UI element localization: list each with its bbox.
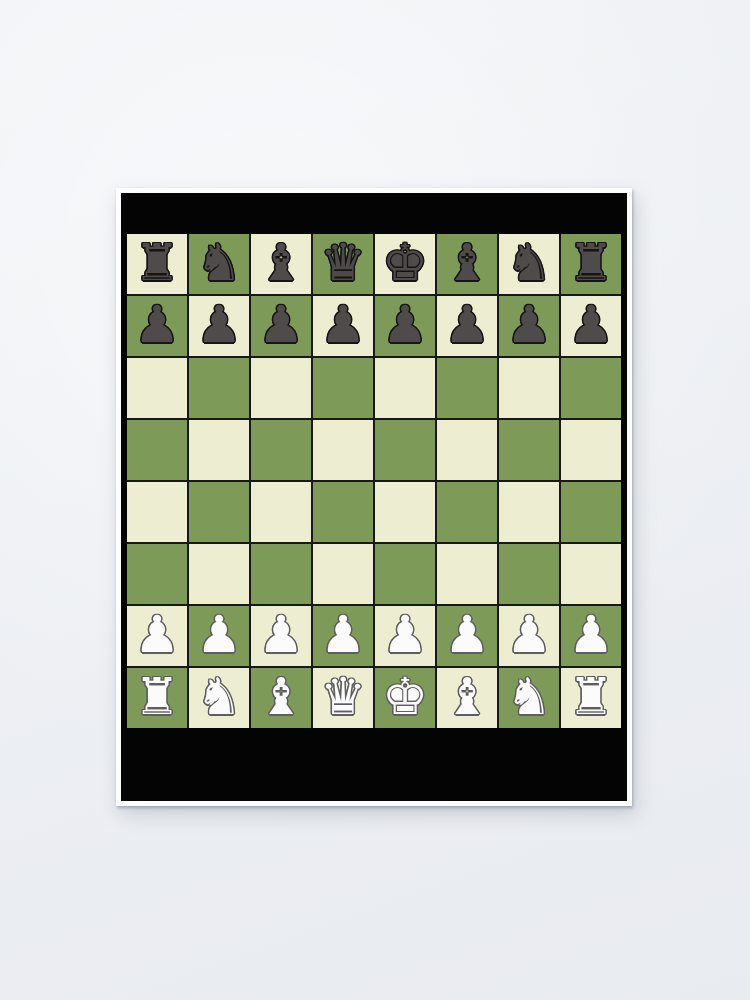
square-a4 <box>127 482 187 542</box>
piece-white-pawn: ♟ <box>258 606 304 664</box>
piece-white-queen: ♛ <box>320 668 366 726</box>
square-a2: ♟ <box>127 606 187 666</box>
piece-white-pawn: ♟ <box>382 606 428 664</box>
piece-white-rook: ♜ <box>568 668 614 726</box>
chess-board: ♜♞♝♛♚♝♞♜♟♟♟♟♟♟♟♟♟♟♟♟♟♟♟♟♜♞♝♛♚♝♞♜ <box>127 234 621 728</box>
piece-white-knight: ♞ <box>196 668 242 726</box>
square-h6 <box>561 358 621 418</box>
square-g7: ♟ <box>499 296 559 356</box>
piece-white-king: ♚ <box>382 668 428 726</box>
piece-black-knight: ♞ <box>506 234 552 292</box>
square-f8: ♝ <box>437 234 497 294</box>
piece-black-pawn: ♟ <box>134 296 180 354</box>
chess-poster: ♜♞♝♛♚♝♞♜♟♟♟♟♟♟♟♟♟♟♟♟♟♟♟♟♜♞♝♛♚♝♞♜ <box>116 188 632 806</box>
square-h4 <box>561 482 621 542</box>
square-e8: ♚ <box>375 234 435 294</box>
square-c4 <box>251 482 311 542</box>
wall-background: ♜♞♝♛♚♝♞♜♟♟♟♟♟♟♟♟♟♟♟♟♟♟♟♟♜♞♝♛♚♝♞♜ <box>0 0 750 1000</box>
piece-black-bishop: ♝ <box>258 234 304 292</box>
piece-white-bishop: ♝ <box>444 668 490 726</box>
piece-black-pawn: ♟ <box>506 296 552 354</box>
piece-black-pawn: ♟ <box>196 296 242 354</box>
square-e5 <box>375 420 435 480</box>
piece-black-pawn: ♟ <box>568 296 614 354</box>
piece-white-bishop: ♝ <box>258 668 304 726</box>
square-f5 <box>437 420 497 480</box>
piece-black-king: ♚ <box>382 234 428 292</box>
square-h5 <box>561 420 621 480</box>
square-b3 <box>189 544 249 604</box>
square-b4 <box>189 482 249 542</box>
square-e1: ♚ <box>375 668 435 728</box>
square-a1: ♜ <box>127 668 187 728</box>
piece-white-rook: ♜ <box>134 668 180 726</box>
square-a7: ♟ <box>127 296 187 356</box>
piece-white-knight: ♞ <box>506 668 552 726</box>
square-d7: ♟ <box>313 296 373 356</box>
square-d2: ♟ <box>313 606 373 666</box>
square-f2: ♟ <box>437 606 497 666</box>
square-a3 <box>127 544 187 604</box>
square-f3 <box>437 544 497 604</box>
square-e2: ♟ <box>375 606 435 666</box>
piece-black-pawn: ♟ <box>320 296 366 354</box>
square-c1: ♝ <box>251 668 311 728</box>
square-c5 <box>251 420 311 480</box>
square-b2: ♟ <box>189 606 249 666</box>
square-b6 <box>189 358 249 418</box>
square-g4 <box>499 482 559 542</box>
piece-black-pawn: ♟ <box>258 296 304 354</box>
square-d4 <box>313 482 373 542</box>
square-h8: ♜ <box>561 234 621 294</box>
piece-black-knight: ♞ <box>196 234 242 292</box>
piece-white-pawn: ♟ <box>196 606 242 664</box>
square-e7: ♟ <box>375 296 435 356</box>
piece-white-pawn: ♟ <box>444 606 490 664</box>
piece-black-bishop: ♝ <box>444 234 490 292</box>
square-c3 <box>251 544 311 604</box>
square-d3 <box>313 544 373 604</box>
square-g3 <box>499 544 559 604</box>
square-d5 <box>313 420 373 480</box>
square-h3 <box>561 544 621 604</box>
square-f1: ♝ <box>437 668 497 728</box>
square-f4 <box>437 482 497 542</box>
piece-black-pawn: ♟ <box>382 296 428 354</box>
square-b1: ♞ <box>189 668 249 728</box>
square-b8: ♞ <box>189 234 249 294</box>
square-g2: ♟ <box>499 606 559 666</box>
piece-black-queen: ♛ <box>320 234 366 292</box>
piece-white-pawn: ♟ <box>320 606 366 664</box>
piece-black-rook: ♜ <box>134 234 180 292</box>
square-h7: ♟ <box>561 296 621 356</box>
piece-white-pawn: ♟ <box>506 606 552 664</box>
square-d8: ♛ <box>313 234 373 294</box>
square-f7: ♟ <box>437 296 497 356</box>
square-f6 <box>437 358 497 418</box>
poster-print-area: ♜♞♝♛♚♝♞♜♟♟♟♟♟♟♟♟♟♟♟♟♟♟♟♟♜♞♝♛♚♝♞♜ <box>121 193 627 801</box>
square-d6 <box>313 358 373 418</box>
square-d1: ♛ <box>313 668 373 728</box>
square-c2: ♟ <box>251 606 311 666</box>
piece-white-pawn: ♟ <box>568 606 614 664</box>
square-a5 <box>127 420 187 480</box>
square-c6 <box>251 358 311 418</box>
square-h1: ♜ <box>561 668 621 728</box>
square-a8: ♜ <box>127 234 187 294</box>
square-b7: ♟ <box>189 296 249 356</box>
piece-black-rook: ♜ <box>568 234 614 292</box>
square-g8: ♞ <box>499 234 559 294</box>
square-g5 <box>499 420 559 480</box>
square-e6 <box>375 358 435 418</box>
square-e4 <box>375 482 435 542</box>
square-e3 <box>375 544 435 604</box>
square-c7: ♟ <box>251 296 311 356</box>
piece-white-pawn: ♟ <box>134 606 180 664</box>
square-g6 <box>499 358 559 418</box>
square-a6 <box>127 358 187 418</box>
square-c8: ♝ <box>251 234 311 294</box>
square-g1: ♞ <box>499 668 559 728</box>
square-h2: ♟ <box>561 606 621 666</box>
square-b5 <box>189 420 249 480</box>
piece-black-pawn: ♟ <box>444 296 490 354</box>
